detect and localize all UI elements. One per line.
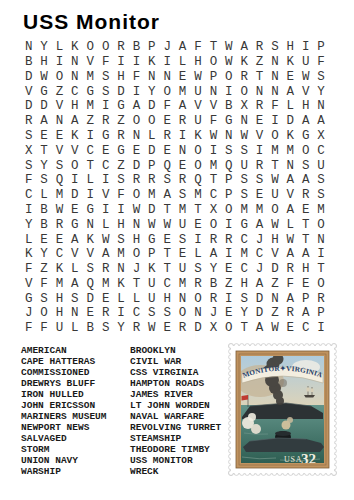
grid-cell-r12c12: T (190, 203, 205, 218)
word-list-item: JAMES RIVER (130, 389, 221, 400)
grid-cell-r1c19: I (298, 40, 313, 55)
grid-cell-r7c1: S (21, 129, 36, 144)
grid-cell-r5c1: D (21, 99, 36, 114)
grid-cell-r5c8: A (129, 99, 144, 114)
grid-cell-r16c16: J (252, 262, 267, 277)
grid-cell-r1c10: J (160, 40, 175, 55)
grid-cell-r15c1: K (21, 247, 36, 262)
grid-cell-r4c12: U (190, 84, 205, 99)
grid-cell-r17c11: M (175, 277, 190, 292)
grid-cell-r20c4: L (67, 321, 82, 336)
grid-cell-r7c19: G (298, 129, 313, 144)
grid-cell-r6c6: R (98, 114, 113, 129)
grid-cell-r3c4: N (67, 70, 82, 85)
grid-cell-r10c12: Q (190, 173, 205, 188)
grid-cell-r19c11: O (175, 306, 190, 321)
grid-cell-r19c10: S (160, 306, 175, 321)
grid-cell-r8c9: D (144, 144, 159, 159)
grid-cell-r6c1: R (21, 114, 36, 129)
grid-cell-r17c7: K (113, 277, 128, 292)
grid-cell-r15c9: P (144, 247, 159, 262)
grid-cell-r17c10: C (160, 277, 175, 292)
grid-cell-r8c19: O (298, 144, 313, 159)
grid-cell-r8c17: M (267, 144, 282, 159)
grid-cell-r9c16: R (252, 158, 267, 173)
grid-cell-r12c18: A (283, 203, 298, 218)
grid-cell-r11c2: L (36, 188, 51, 203)
word-list-column-2: BROOKLYNCIVIL WARCSS VIRGINIAHAMPTON ROA… (130, 345, 221, 477)
grid-cell-r16c17: D (267, 262, 282, 277)
grid-cell-r9c10: Q (160, 158, 175, 173)
grid-cell-r20c15: T (236, 321, 251, 336)
grid-cell-r2c20: F (313, 55, 328, 70)
grid-cell-r13c9: W (144, 218, 159, 233)
word-list-item: USS MONITOR (130, 455, 221, 466)
grid-cell-r9c4: O (67, 158, 82, 173)
grid-cell-r19c20: P (313, 306, 328, 321)
grid-cell-r11c14: P (221, 188, 236, 203)
grid-cell-r16c20: T (313, 262, 328, 277)
word-list-item: BROOKLYN (130, 345, 221, 356)
grid-cell-r11c8: O (129, 188, 144, 203)
grid-cell-r6c8: O (129, 114, 144, 129)
grid-cell-r10c9: R (144, 173, 159, 188)
grid-cell-r18c18: A (283, 292, 298, 307)
grid-cell-r16c10: T (160, 262, 175, 277)
grid-cell-r9c15: U (236, 158, 251, 173)
grid-cell-r11c3: M (52, 188, 67, 203)
grid-cell-r20c2: F (36, 321, 51, 336)
word-list-item: CAPE HATTERAS (21, 356, 107, 367)
grid-cell-r17c12: R (190, 277, 205, 292)
grid-cell-r14c12: I (190, 232, 205, 247)
grid-cell-r9c19: S (298, 158, 313, 173)
grid-cell-r7c8: N (129, 129, 144, 144)
grid-cell-r13c3: R (52, 218, 67, 233)
grid-cell-r1c9: P (144, 40, 159, 55)
grid-cell-r19c12: N (190, 306, 205, 321)
word-list-item: IRON HULLED (21, 389, 107, 400)
grid-cell-r10c19: A (298, 173, 313, 188)
grid-cell-r4c1: V (21, 84, 36, 99)
grid-cell-r4c15: O (236, 84, 251, 99)
grid-cell-r1c17: S (267, 40, 282, 55)
word-list-item: WARSHIP (21, 466, 107, 477)
grid-cell-r19c7: I (113, 306, 128, 321)
grid-cell-r18c20: R (313, 292, 328, 307)
grid-cell-r7c17: O (267, 129, 282, 144)
grid-cell-r20c19: C (298, 321, 313, 336)
grid-cell-r18c15: S (236, 292, 251, 307)
grid-cell-r6c18: D (283, 114, 298, 129)
grid-cell-r6c11: R (175, 114, 190, 129)
grid-cell-r18c19: P (298, 292, 313, 307)
grid-cell-r8c7: G (113, 144, 128, 159)
grid-cell-r19c14: E (221, 306, 236, 321)
grid-cell-r11c16: E (252, 188, 267, 203)
grid-cell-r2c13: O (206, 55, 221, 70)
grid-cell-r19c17: Z (267, 306, 282, 321)
grid-cell-r8c5: C (83, 144, 98, 159)
grid-cell-r17c17: Z (267, 277, 282, 292)
grid-cell-r4c10: O (160, 84, 175, 99)
grid-cell-r18c16: D (252, 292, 267, 307)
grid-cell-r6c2: A (36, 114, 51, 129)
grid-cell-r18c8: L (129, 292, 144, 307)
grid-cell-r7c18: K (283, 129, 298, 144)
grid-cell-r19c6: R (98, 306, 113, 321)
grid-cell-r2c1: B (21, 55, 36, 70)
grid-cell-r4c13: N (206, 84, 221, 99)
grid-cell-r7c9: L (144, 129, 159, 144)
grid-cell-r7c12: K (190, 129, 205, 144)
grid-cell-r3c9: N (144, 70, 159, 85)
grid-cell-r8c2: T (36, 144, 51, 159)
grid-cell-r13c15: G (236, 218, 251, 233)
grid-cell-r2c14: W (221, 55, 236, 70)
grid-cell-r14c13: R (206, 232, 221, 247)
grid-cell-r20c3: U (52, 321, 67, 336)
grid-cell-r3c13: P (206, 70, 221, 85)
grid-cell-r1c5: O (83, 40, 98, 55)
word-list-item: DREWRYS BLUFF (21, 378, 107, 389)
grid-cell-r14c2: E (36, 232, 51, 247)
grid-cell-r3c2: W (36, 70, 51, 85)
grid-cell-r20c12: D (190, 321, 205, 336)
grid-cell-r10c15: S (236, 173, 251, 188)
grid-cell-r10c11: R (175, 173, 190, 188)
word-list-item: STORM (21, 444, 107, 455)
grid-cell-r4c8: I (129, 84, 144, 99)
grid-cell-r14c15: C (236, 232, 251, 247)
grid-cell-r17c5: Q (83, 277, 98, 292)
grid-cell-r11c11: S (175, 188, 190, 203)
grid-cell-r19c15: Y (236, 306, 251, 321)
grid-cell-r5c17: F (267, 99, 282, 114)
grid-cell-r14c5: K (83, 232, 98, 247)
grid-cell-r4c7: D (113, 84, 128, 99)
grid-cell-r15c18: A (283, 247, 298, 262)
grid-cell-r5c3: V (52, 99, 67, 114)
grid-cell-r3c6: S (98, 70, 113, 85)
grid-cell-r4c17: N (267, 84, 282, 99)
grid-cell-r9c1: S (21, 158, 36, 173)
grid-cell-r20c13: X (206, 321, 221, 336)
word-list-item: UNION NAVY (21, 455, 107, 466)
grid-cell-r6c5: Z (83, 114, 98, 129)
grid-cell-r10c14: P (221, 173, 236, 188)
grid-cell-r5c5: M (83, 99, 98, 114)
grid-cell-r11c4: D (67, 188, 82, 203)
grid-cell-r9c3: S (52, 158, 67, 173)
grid-cell-r15c5: V (83, 247, 98, 262)
grid-cell-r18c3: H (52, 292, 67, 307)
grid-cell-r2c3: I (52, 55, 67, 70)
grid-cell-r14c14: R (221, 232, 236, 247)
grid-cell-r19c19: A (298, 306, 313, 321)
grid-cell-r6c9: O (144, 114, 159, 129)
grid-cell-r20c18: E (283, 321, 298, 336)
grid-cell-r19c2: O (36, 306, 51, 321)
grid-cell-r1c15: A (236, 40, 251, 55)
grid-cell-r16c5: S (83, 262, 98, 277)
grid-cell-r8c13: I (206, 144, 221, 159)
grid-cell-r13c13: O (206, 218, 221, 233)
grid-cell-r2c6: F (98, 55, 113, 70)
grid-cell-r9c5: T (83, 158, 98, 173)
grid-cell-r9c6: C (98, 158, 113, 173)
grid-cell-r6c4: A (67, 114, 82, 129)
grid-cell-r20c5: B (83, 321, 98, 336)
stamp-country-label: USA (284, 455, 302, 464)
grid-cell-r17c15: H (236, 277, 251, 292)
grid-cell-r20c9: W (144, 321, 159, 336)
grid-cell-r9c7: Z (113, 158, 128, 173)
word-list-item: MARINERS MUSEUM (21, 411, 107, 422)
grid-cell-r12c2: B (36, 203, 51, 218)
grid-cell-r9c8: D (129, 158, 144, 173)
grid-cell-r7c20: X (313, 129, 328, 144)
grid-cell-r3c10: N (160, 70, 175, 85)
grid-cell-r8c16: I (252, 144, 267, 159)
grid-cell-r6c16: E (252, 114, 267, 129)
word-list-item: CSS VIRGINIA (130, 367, 221, 378)
grid-cell-r14c1: L (21, 232, 36, 247)
grid-cell-r12c8: W (129, 203, 144, 218)
grid-cell-r10c2: S (36, 173, 51, 188)
word-list-item: LT JOHN WORDEN (130, 400, 221, 411)
grid-cell-r16c11: U (175, 262, 190, 277)
grid-cell-r15c20: I (313, 247, 328, 262)
grid-cell-r4c14: I (221, 84, 236, 99)
grid-cell-r10c4: I (67, 173, 82, 188)
grid-cell-r20c8: R (129, 321, 144, 336)
grid-cell-r14c7: S (113, 232, 128, 247)
grid-cell-r19c1: J (21, 306, 36, 321)
grid-cell-r19c5: E (83, 306, 98, 321)
grid-cell-r15c7: M (113, 247, 128, 262)
grid-cell-r14c17: H (267, 232, 282, 247)
grid-cell-r15c15: M (236, 247, 251, 262)
grid-cell-r5c10: F (160, 99, 175, 114)
grid-cell-r13c2: B (36, 218, 51, 233)
grid-cell-r19c8: C (129, 306, 144, 321)
grid-cell-r20c17: W (267, 321, 282, 336)
grid-cell-r6c17: I (267, 114, 282, 129)
grid-cell-r13c16: A (252, 218, 267, 233)
grid-cell-r2c8: I (129, 55, 144, 70)
grid-cell-r16c12: S (190, 262, 205, 277)
grid-cell-r4c2: G (36, 84, 51, 99)
grid-cell-r10c5: L (83, 173, 98, 188)
grid-cell-r8c1: X (21, 144, 36, 159)
grid-cell-r12c5: G (83, 203, 98, 218)
grid-cell-r3c18: E (283, 70, 298, 85)
grid-cell-r2c4: N (67, 55, 82, 70)
grid-cell-r8c3: V (52, 144, 67, 159)
word-list-item: NEWPORT NEWS (21, 422, 107, 433)
grid-cell-r11c15: S (236, 188, 251, 203)
grid-cell-r5c7: G (113, 99, 128, 114)
grid-cell-r11c10: A (160, 188, 175, 203)
grid-cell-r8c8: E (129, 144, 144, 159)
grid-cell-r8c18: M (283, 144, 298, 159)
grid-cell-r10c1: F (21, 173, 36, 188)
grid-cell-r15c14: I (221, 247, 236, 262)
grid-cell-r12c17: O (267, 203, 282, 218)
grid-cell-r11c7: F (113, 188, 128, 203)
word-list-item: NAVAL WARFARE (130, 411, 221, 422)
grid-cell-r2c12: H (190, 55, 205, 70)
grid-cell-r16c8: J (129, 262, 144, 277)
grid-cell-r3c19: W (298, 70, 313, 85)
grid-cell-r13c10: W (160, 218, 175, 233)
grid-cell-r5c13: V (206, 99, 221, 114)
grid-cell-r12c14: O (221, 203, 236, 218)
grid-cell-r11c12: M (190, 188, 205, 203)
grid-cell-r16c15: C (236, 262, 251, 277)
grid-cell-r14c18: W (283, 232, 298, 247)
grid-cell-r20c7: Y (113, 321, 128, 336)
grid-cell-r17c19: E (298, 277, 313, 292)
word-list-item: THEODORE TIMBY (130, 444, 221, 455)
grid-cell-r4c9: Y (144, 84, 159, 99)
grid-cell-r12c19: E (298, 203, 313, 218)
grid-cell-r14c11: S (175, 232, 190, 247)
grid-cell-r15c12: L (190, 247, 205, 262)
grid-cell-r9c14: Q (221, 158, 236, 173)
grid-cell-r19c9: S (144, 306, 159, 321)
grid-cell-r1c18: H (283, 40, 298, 55)
grid-cell-r15c17: V (267, 247, 282, 262)
grid-cell-r6c13: F (206, 114, 221, 129)
grid-cell-r11c13: C (206, 188, 221, 203)
word-search-grid: NYLKOORBPJAFTWARSHIPBHINVFIIKILHOWKZNKUF… (21, 40, 329, 336)
grid-cell-r14c19: T (298, 232, 313, 247)
page-title: USS Monitor (23, 10, 160, 34)
grid-cell-r19c3: H (52, 306, 67, 321)
grid-cell-r16c13: Y (206, 262, 221, 277)
grid-cell-r17c2: F (36, 277, 51, 292)
grid-cell-r6c14: G (221, 114, 236, 129)
grid-cell-r4c3: Z (52, 84, 67, 99)
grid-cell-r15c3: C (52, 247, 67, 262)
grid-cell-r3c11: E (175, 70, 190, 85)
grid-cell-r16c3: K (52, 262, 67, 277)
grid-cell-r9c9: P (144, 158, 159, 173)
grid-cell-r12c13: X (206, 203, 221, 218)
grid-cell-r10c13: T (206, 173, 221, 188)
word-list-item: STEAMSHIP (130, 433, 221, 444)
grid-cell-r10c3: Q (52, 173, 67, 188)
grid-cell-r10c17: W (267, 173, 282, 188)
grid-cell-r11c19: R (298, 188, 313, 203)
grid-cell-r2c9: K (144, 55, 159, 70)
grid-cell-r2c16: Z (252, 55, 267, 70)
grid-cell-r13c7: H (113, 218, 128, 233)
grid-cell-r10c7: S (113, 173, 128, 188)
grid-cell-r9c2: Y (36, 158, 51, 173)
grid-cell-r4c18: A (283, 84, 298, 99)
grid-cell-r17c9: U (144, 277, 159, 292)
word-list-item: HAMPTON ROADS (130, 378, 221, 389)
grid-cell-r18c2: S (36, 292, 51, 307)
grid-cell-r1c12: F (190, 40, 205, 55)
grid-cell-r9c17: T (267, 158, 282, 173)
grid-cell-r7c2: E (36, 129, 51, 144)
grid-cell-r5c12: V (190, 99, 205, 114)
grid-cell-r6c3: N (52, 114, 67, 129)
grid-cell-r13c5: N (83, 218, 98, 233)
grid-cell-r11c6: V (98, 188, 113, 203)
worksheet-page: USS Monitor NYLKOORBPJAFTWARSHIPBHINVFII… (0, 0, 354, 500)
grid-cell-r9c12: O (190, 158, 205, 173)
grid-cell-r6c20: A (313, 114, 328, 129)
grid-cell-r5c4: H (67, 99, 82, 114)
grid-cell-r6c15: N (236, 114, 251, 129)
grid-cell-r5c9: D (144, 99, 159, 114)
grid-cell-r7c6: G (98, 129, 113, 144)
grid-cell-r15c4: V (67, 247, 82, 262)
grid-cell-r3c16: T (252, 70, 267, 85)
grid-cell-r19c16: D (252, 306, 267, 321)
grid-cell-r14c16: J (252, 232, 267, 247)
grid-cell-r3c3: O (52, 70, 67, 85)
grid-cell-r12c15: M (236, 203, 251, 218)
grid-cell-r14c3: E (52, 232, 67, 247)
grid-cell-r13c19: T (298, 218, 313, 233)
grid-cell-r1c20: P (313, 40, 328, 55)
grid-cell-r12c20: M (313, 203, 328, 218)
grid-cell-r1c6: O (98, 40, 113, 55)
grid-cell-r4c4: C (67, 84, 82, 99)
grid-cell-r9c18: N (283, 158, 298, 173)
grid-cell-r8c20: C (313, 144, 328, 159)
grid-cell-r18c7: L (113, 292, 128, 307)
grid-cell-r15c16: C (252, 247, 267, 262)
grid-cell-r11c5: I (83, 188, 98, 203)
grid-cell-r8c6: E (98, 144, 113, 159)
grid-cell-r17c20: O (313, 277, 328, 292)
grid-cell-r6c10: E (160, 114, 175, 129)
grid-cell-r16c6: R (98, 262, 113, 277)
grid-cell-r12c3: W (52, 203, 67, 218)
grid-cell-r18c9: U (144, 292, 159, 307)
grid-cell-r18c11: N (175, 292, 190, 307)
grid-cell-r11c20: S (313, 188, 328, 203)
grid-cell-r14c9: G (144, 232, 159, 247)
grid-cell-r13c17: W (267, 218, 282, 233)
grid-cell-r7c3: E (52, 129, 67, 144)
grid-cell-r5c15: X (236, 99, 251, 114)
grid-cell-r7c10: R (160, 129, 175, 144)
grid-cell-r6c7: Z (113, 114, 128, 129)
grid-cell-r5c20: N (313, 99, 328, 114)
grid-cell-r20c10: E (160, 321, 175, 336)
grid-cell-r17c14: Z (221, 277, 236, 292)
grid-cell-r18c10: H (160, 292, 175, 307)
grid-cell-r12c4: E (67, 203, 82, 218)
word-list-item: AMERICAN (21, 345, 107, 356)
grid-cell-r15c11: E (175, 247, 190, 262)
grid-cell-r13c12: E (190, 218, 205, 233)
grid-cell-r5c16: R (252, 99, 267, 114)
grid-cell-r1c16: R (252, 40, 267, 55)
grid-cell-r20c20: I (313, 321, 328, 336)
grid-cell-r16c1: F (21, 262, 36, 277)
grid-cell-r13c6: L (98, 218, 113, 233)
grid-cell-r11c9: M (144, 188, 159, 203)
